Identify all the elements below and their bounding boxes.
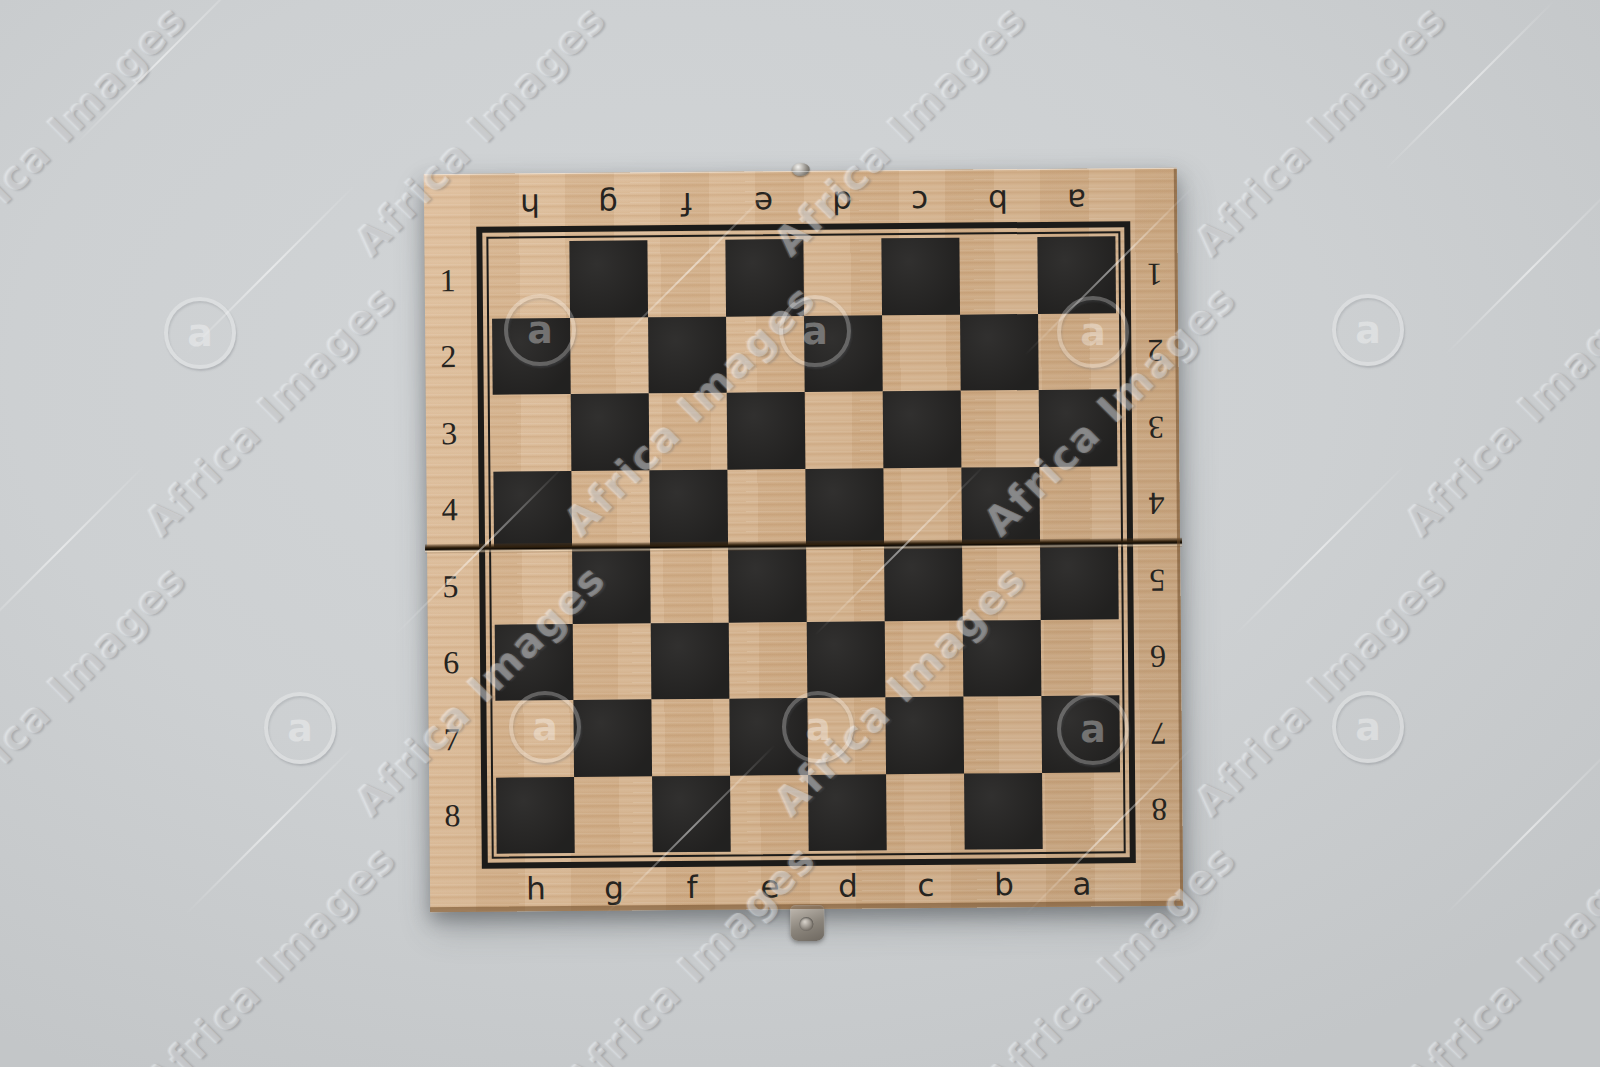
file-label-top-c: c bbox=[881, 182, 959, 223]
square-h1[interactable] bbox=[491, 241, 570, 318]
square-h2[interactable] bbox=[492, 318, 571, 395]
rank-label-right-1: 1 bbox=[1133, 236, 1176, 313]
rank-label-right-3: 3 bbox=[1135, 389, 1178, 466]
watermark-logo: a bbox=[164, 297, 236, 369]
square-c5[interactable] bbox=[884, 544, 963, 621]
square-a1[interactable] bbox=[1037, 236, 1116, 313]
square-h5[interactable] bbox=[494, 547, 573, 624]
rank-labels-right: 12345678 bbox=[1133, 236, 1180, 848]
watermark-text: Africa Images bbox=[1395, 835, 1600, 1067]
square-g8[interactable] bbox=[574, 776, 653, 853]
rank-label-left-5: 5 bbox=[429, 548, 472, 625]
watermark-line bbox=[0, 464, 146, 635]
square-c8[interactable] bbox=[886, 773, 965, 850]
square-d7[interactable] bbox=[807, 697, 886, 774]
file-label-bottom-h: h bbox=[497, 868, 575, 909]
watermark-line bbox=[184, 184, 355, 355]
square-h8[interactable] bbox=[496, 777, 575, 854]
square-d2[interactable] bbox=[804, 315, 883, 392]
rank-label-left-8: 8 bbox=[431, 777, 474, 854]
watermark-line bbox=[1384, 0, 1555, 171]
chessboard: hgfedcba hgfedcba 12345678 12345678 bbox=[424, 168, 1183, 913]
rank-label-left-2: 2 bbox=[427, 318, 470, 395]
square-b2[interactable] bbox=[960, 313, 1039, 390]
square-e6[interactable] bbox=[729, 621, 808, 698]
file-label-top-f: f bbox=[647, 184, 725, 225]
square-d6[interactable] bbox=[807, 621, 886, 698]
square-a8[interactable] bbox=[1042, 772, 1121, 849]
square-f6[interactable] bbox=[651, 622, 730, 699]
watermark-logo: a bbox=[1332, 691, 1404, 763]
square-b1[interactable] bbox=[959, 237, 1038, 314]
square-e1[interactable] bbox=[725, 239, 804, 316]
square-e8[interactable] bbox=[730, 774, 809, 851]
rank-label-right-2: 2 bbox=[1134, 312, 1177, 389]
rank-label-left-1: 1 bbox=[426, 242, 469, 319]
square-a6[interactable] bbox=[1041, 619, 1120, 696]
square-b4[interactable] bbox=[961, 466, 1040, 543]
file-label-top-g: g bbox=[569, 184, 647, 225]
square-g5[interactable] bbox=[572, 546, 651, 623]
square-c1[interactable] bbox=[881, 238, 960, 315]
file-label-bottom-d: d bbox=[809, 865, 887, 906]
square-a3[interactable] bbox=[1039, 389, 1118, 466]
square-a5[interactable] bbox=[1040, 542, 1119, 619]
watermark-text: Africa Images bbox=[1185, 0, 1455, 265]
hinge-pin bbox=[792, 163, 810, 176]
square-g1[interactable] bbox=[569, 240, 648, 317]
square-a4[interactable] bbox=[1039, 466, 1118, 543]
square-b3[interactable] bbox=[961, 390, 1040, 467]
square-d4[interactable] bbox=[805, 468, 884, 545]
square-g6[interactable] bbox=[573, 623, 652, 700]
rank-label-right-7: 7 bbox=[1137, 695, 1180, 772]
square-f7[interactable] bbox=[651, 699, 730, 776]
square-h3[interactable] bbox=[493, 394, 572, 471]
file-label-top-e: e bbox=[725, 183, 803, 224]
square-c7[interactable] bbox=[885, 697, 964, 774]
watermark-logo: a bbox=[264, 692, 336, 764]
file-label-bottom-b: b bbox=[965, 864, 1043, 905]
rank-label-right-8: 8 bbox=[1138, 771, 1181, 848]
square-d8[interactable] bbox=[808, 774, 887, 851]
square-d3[interactable] bbox=[805, 391, 884, 468]
square-f2[interactable] bbox=[648, 316, 727, 393]
square-c3[interactable] bbox=[883, 391, 962, 468]
file-labels-bottom: hgfedcba bbox=[497, 863, 1121, 908]
square-h6[interactable] bbox=[495, 624, 574, 701]
square-b5[interactable] bbox=[962, 543, 1041, 620]
file-label-top-a: a bbox=[1037, 180, 1115, 221]
square-d5[interactable] bbox=[806, 544, 885, 621]
square-e3[interactable] bbox=[727, 392, 806, 469]
squares-grid bbox=[491, 236, 1120, 853]
square-e5[interactable] bbox=[728, 545, 807, 622]
watermark-text: Africa Images bbox=[135, 835, 405, 1067]
rank-labels-left: 12345678 bbox=[426, 242, 473, 854]
square-f5[interactable] bbox=[650, 546, 729, 623]
file-label-bottom-a: a bbox=[1043, 863, 1121, 904]
rank-label-left-7: 7 bbox=[430, 701, 473, 778]
square-b6[interactable] bbox=[963, 619, 1042, 696]
rank-label-right-6: 6 bbox=[1137, 618, 1180, 695]
watermark-logo: a bbox=[1332, 294, 1404, 366]
square-e2[interactable] bbox=[726, 315, 805, 392]
file-label-top-d: d bbox=[803, 182, 881, 223]
square-c4[interactable] bbox=[883, 467, 962, 544]
file-label-bottom-g: g bbox=[575, 867, 653, 908]
square-f3[interactable] bbox=[649, 393, 728, 470]
watermark-text: Africa Images bbox=[135, 275, 405, 545]
photo-backdrop: hgfedcba hgfedcba 12345678 12345678 Afri… bbox=[0, 0, 1600, 1067]
square-f8[interactable] bbox=[652, 775, 731, 852]
file-label-bottom-e: e bbox=[731, 866, 809, 907]
file-label-top-b: b bbox=[959, 181, 1037, 222]
square-e4[interactable] bbox=[727, 468, 806, 545]
watermark-text: Africa Images bbox=[1185, 555, 1455, 825]
square-g3[interactable] bbox=[571, 393, 650, 470]
rank-label-left-4: 4 bbox=[428, 471, 471, 548]
square-c6[interactable] bbox=[885, 620, 964, 697]
watermark-line bbox=[74, 0, 245, 146]
latch-clasp bbox=[790, 905, 824, 941]
square-e7[interactable] bbox=[729, 698, 808, 775]
file-labels-top: hgfedcba bbox=[491, 180, 1115, 225]
watermark-text: Africa Images bbox=[1395, 275, 1600, 545]
square-h7[interactable] bbox=[495, 700, 574, 777]
square-g4[interactable] bbox=[571, 470, 650, 547]
square-f1[interactable] bbox=[647, 240, 726, 317]
watermark-text: Africa Images bbox=[0, 0, 195, 265]
watermark-line bbox=[184, 744, 355, 915]
square-b7[interactable] bbox=[963, 696, 1042, 773]
file-label-top-h: h bbox=[491, 185, 569, 226]
square-a7[interactable] bbox=[1041, 695, 1120, 772]
watermark-line bbox=[1234, 464, 1405, 635]
square-h4[interactable] bbox=[493, 471, 572, 548]
square-c2[interactable] bbox=[882, 314, 961, 391]
rank-label-left-3: 3 bbox=[428, 395, 471, 472]
square-b8[interactable] bbox=[964, 772, 1043, 849]
watermark-line bbox=[1444, 744, 1600, 915]
square-g2[interactable] bbox=[570, 317, 649, 394]
square-f4[interactable] bbox=[649, 469, 728, 546]
rank-label-left-6: 6 bbox=[430, 624, 473, 701]
square-a2[interactable] bbox=[1038, 313, 1117, 390]
rank-label-right-4: 4 bbox=[1135, 465, 1178, 542]
square-d1[interactable] bbox=[803, 238, 882, 315]
watermark-line bbox=[1444, 184, 1600, 355]
square-g7[interactable] bbox=[573, 699, 652, 776]
file-label-bottom-f: f bbox=[653, 867, 731, 908]
rank-label-right-5: 5 bbox=[1136, 542, 1179, 619]
file-label-bottom-c: c bbox=[887, 865, 965, 906]
watermark-text: Africa Images bbox=[0, 555, 195, 825]
